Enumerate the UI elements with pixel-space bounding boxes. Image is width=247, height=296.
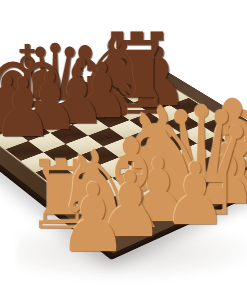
- pieces-layer: ♟♚♟♛♟♝♟♞♟♜♟♜♞♟♝♟♞♟♛♟♝♟♚: [0, 0, 247, 296]
- chess-set-photo: ♟♚♟♛♟♝♟♞♟♜♟♜♞♟♝♟♞♟♛♟♝♟♚: [0, 0, 247, 296]
- light-pawn: ♟: [163, 151, 226, 237]
- light-pawn: ♟: [58, 171, 128, 266]
- dark-pawn: ♟: [0, 67, 53, 149]
